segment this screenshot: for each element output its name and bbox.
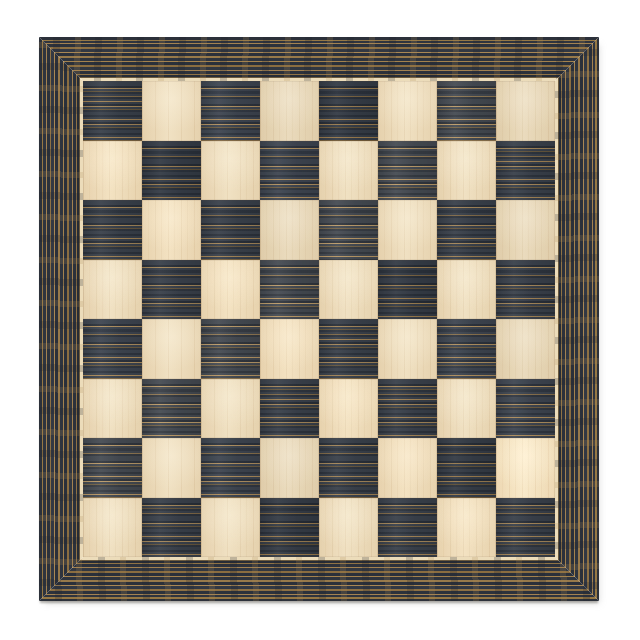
square-b3 [142,379,201,439]
square-e8 [319,81,378,141]
square-a3 [83,379,142,439]
square-d4 [260,319,319,379]
square-c5 [201,260,260,320]
square-b4 [142,319,201,379]
square-h8 [496,81,555,141]
square-d3 [260,379,319,439]
square-c8 [201,81,260,141]
square-h6 [496,200,555,260]
square-a4 [83,319,142,379]
board-frame-left [39,37,83,601]
square-a6 [83,200,142,260]
square-b5 [142,260,201,320]
square-h5 [496,260,555,320]
square-f3 [378,379,437,439]
square-c7 [201,141,260,201]
square-h4 [496,319,555,379]
board-grid [83,81,555,557]
square-d2 [260,438,319,498]
square-b2 [142,438,201,498]
board-frame-bottom [39,557,599,601]
square-h3 [496,379,555,439]
square-b1 [142,498,201,558]
board-frame-top [39,37,599,81]
square-c4 [201,319,260,379]
product-photo [0,0,640,640]
square-f7 [378,141,437,201]
square-b7 [142,141,201,201]
square-a8 [83,81,142,141]
square-a7 [83,141,142,201]
square-d1 [260,498,319,558]
square-g8 [437,81,496,141]
chess-board [39,37,599,601]
square-e4 [319,319,378,379]
square-h2 [496,438,555,498]
square-c1 [201,498,260,558]
board-frame-right [555,37,599,601]
square-g4 [437,319,496,379]
square-h1 [496,498,555,558]
square-g1 [437,498,496,558]
square-f4 [378,319,437,379]
square-a2 [83,438,142,498]
square-f1 [378,498,437,558]
square-d8 [260,81,319,141]
square-h7 [496,141,555,201]
square-b8 [142,81,201,141]
square-c3 [201,379,260,439]
square-d7 [260,141,319,201]
square-f5 [378,260,437,320]
square-a1 [83,498,142,558]
square-g6 [437,200,496,260]
square-f2 [378,438,437,498]
square-e7 [319,141,378,201]
square-d5 [260,260,319,320]
square-d6 [260,200,319,260]
square-a5 [83,260,142,320]
square-f8 [378,81,437,141]
square-g2 [437,438,496,498]
square-c2 [201,438,260,498]
square-e5 [319,260,378,320]
square-g5 [437,260,496,320]
square-c6 [201,200,260,260]
square-e2 [319,438,378,498]
square-g3 [437,379,496,439]
square-e3 [319,379,378,439]
square-e6 [319,200,378,260]
square-g7 [437,141,496,201]
square-e1 [319,498,378,558]
square-b6 [142,200,201,260]
square-f6 [378,200,437,260]
